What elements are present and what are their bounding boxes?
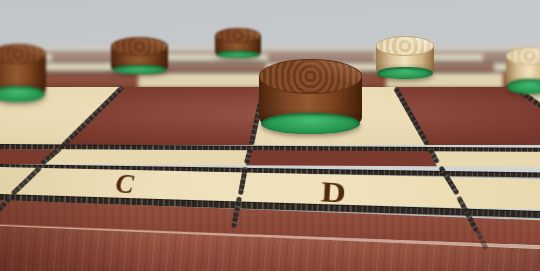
pieces-layer [0,0,540,271]
piece-top [376,36,434,56]
felt-base [377,67,433,79]
dark-checker-c5 [215,28,261,58]
felt-base [112,65,167,74]
felt-base [0,86,45,103]
light-checker-f2 [506,47,540,94]
felt-base [507,79,540,94]
light-checker-e3 [376,36,434,79]
checkers-board-photo: C D [0,0,540,271]
dark-checker-b2 [0,44,46,102]
piece-top [259,59,362,94]
piece-top [215,28,261,43]
piece-top [111,37,168,56]
felt-base [216,51,260,59]
felt-base [261,113,360,134]
dark-checker-d2 [259,59,362,134]
dark-checker-b4 [111,37,168,74]
